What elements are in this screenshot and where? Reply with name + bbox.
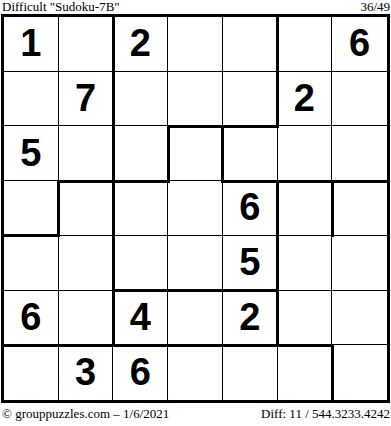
sudoku-board: 1267256564236: [1, 14, 390, 403]
cell-r4c2[interactable]: [113, 236, 168, 291]
thick-region-border: [167, 125, 279, 128]
puzzle-page: Difficult "Sudoku-7B" 36/49 126725656423…: [0, 0, 391, 426]
cell-r5c2[interactable]: 4: [113, 291, 168, 346]
thick-region-border: [4, 234, 60, 237]
cell-r1c4[interactable]: [223, 72, 278, 127]
cell-r3c4[interactable]: 6: [223, 181, 278, 236]
cell-grid: 1267256564236: [4, 17, 387, 400]
cell-r6c2[interactable]: 6: [113, 345, 168, 400]
cell-r0c2[interactable]: 2: [113, 17, 168, 72]
thick-region-border: [276, 17, 279, 128]
cell-r1c2[interactable]: [113, 72, 168, 127]
footer: © grouppuzzles.com – 1/6/2021 Diff: 11 /…: [2, 406, 390, 424]
thick-region-border: [112, 289, 279, 292]
cell-r3c6[interactable]: [332, 181, 387, 236]
cell-r1c3[interactable]: [168, 72, 223, 127]
puzzle-title: Difficult "Sudoku-7B": [2, 0, 120, 14]
cell-r1c6[interactable]: [332, 72, 387, 127]
thick-region-border: [276, 180, 279, 347]
thick-region-border: [4, 344, 334, 347]
cell-r3c3[interactable]: [168, 181, 223, 236]
cell-r4c1[interactable]: [59, 236, 114, 291]
cell-r6c3[interactable]: [168, 345, 223, 400]
cell-r4c4[interactable]: 5: [223, 236, 278, 291]
header: Difficult "Sudoku-7B" 36/49: [2, 0, 390, 14]
cell-r2c1[interactable]: [59, 126, 114, 181]
cell-r4c5[interactable]: [278, 236, 333, 291]
cell-r5c0[interactable]: 6: [4, 291, 59, 346]
cell-r4c3[interactable]: [168, 236, 223, 291]
thick-region-border: [331, 344, 334, 400]
thick-region-border: [331, 180, 334, 238]
difficulty-text: Diff: 11 / 544.3233.4242: [261, 406, 390, 422]
cell-r6c5[interactable]: [278, 345, 333, 400]
cell-r6c1[interactable]: 3: [59, 345, 114, 400]
cell-r6c0[interactable]: [4, 345, 59, 400]
thick-region-border: [57, 180, 60, 238]
cell-r0c0[interactable]: 1: [4, 17, 59, 72]
cell-r3c0[interactable]: [4, 181, 59, 236]
cell-r4c0[interactable]: [4, 236, 59, 291]
cell-r6c6[interactable]: [332, 345, 387, 400]
cell-r2c4[interactable]: [223, 126, 278, 181]
cell-r0c5[interactable]: [278, 17, 333, 72]
cell-r2c2[interactable]: [113, 126, 168, 181]
cell-r0c3[interactable]: [168, 17, 223, 72]
cell-r1c0[interactable]: [4, 72, 59, 127]
cell-r6c4[interactable]: [223, 345, 278, 400]
thick-region-border: [167, 125, 170, 183]
cell-r2c0[interactable]: 5: [4, 126, 59, 181]
thick-region-border: [221, 180, 387, 183]
cell-r0c4[interactable]: [223, 17, 278, 72]
cell-r2c6[interactable]: [332, 126, 387, 181]
thick-region-border: [221, 125, 224, 183]
thick-region-border: [57, 180, 169, 183]
cell-r5c6[interactable]: [332, 291, 387, 346]
cell-r1c1[interactable]: 7: [59, 72, 114, 127]
cell-r0c1[interactable]: [59, 17, 114, 72]
cell-r3c5[interactable]: [278, 181, 333, 236]
cell-r5c3[interactable]: [168, 291, 223, 346]
cell-r3c2[interactable]: [113, 181, 168, 236]
cell-r5c4[interactable]: 2: [223, 291, 278, 346]
cell-r2c3[interactable]: [168, 126, 223, 181]
cell-r1c5[interactable]: 2: [278, 72, 333, 127]
cell-r5c1[interactable]: [59, 291, 114, 346]
cell-r3c1[interactable]: [59, 181, 114, 236]
progress-counter: 36/49: [360, 0, 390, 14]
copyright-text: © grouppuzzles.com – 1/6/2021: [2, 406, 169, 422]
cell-r5c5[interactable]: [278, 291, 333, 346]
cell-r0c6[interactable]: 6: [332, 17, 387, 72]
cell-r2c5[interactable]: [278, 126, 333, 181]
cell-r4c6[interactable]: [332, 236, 387, 291]
